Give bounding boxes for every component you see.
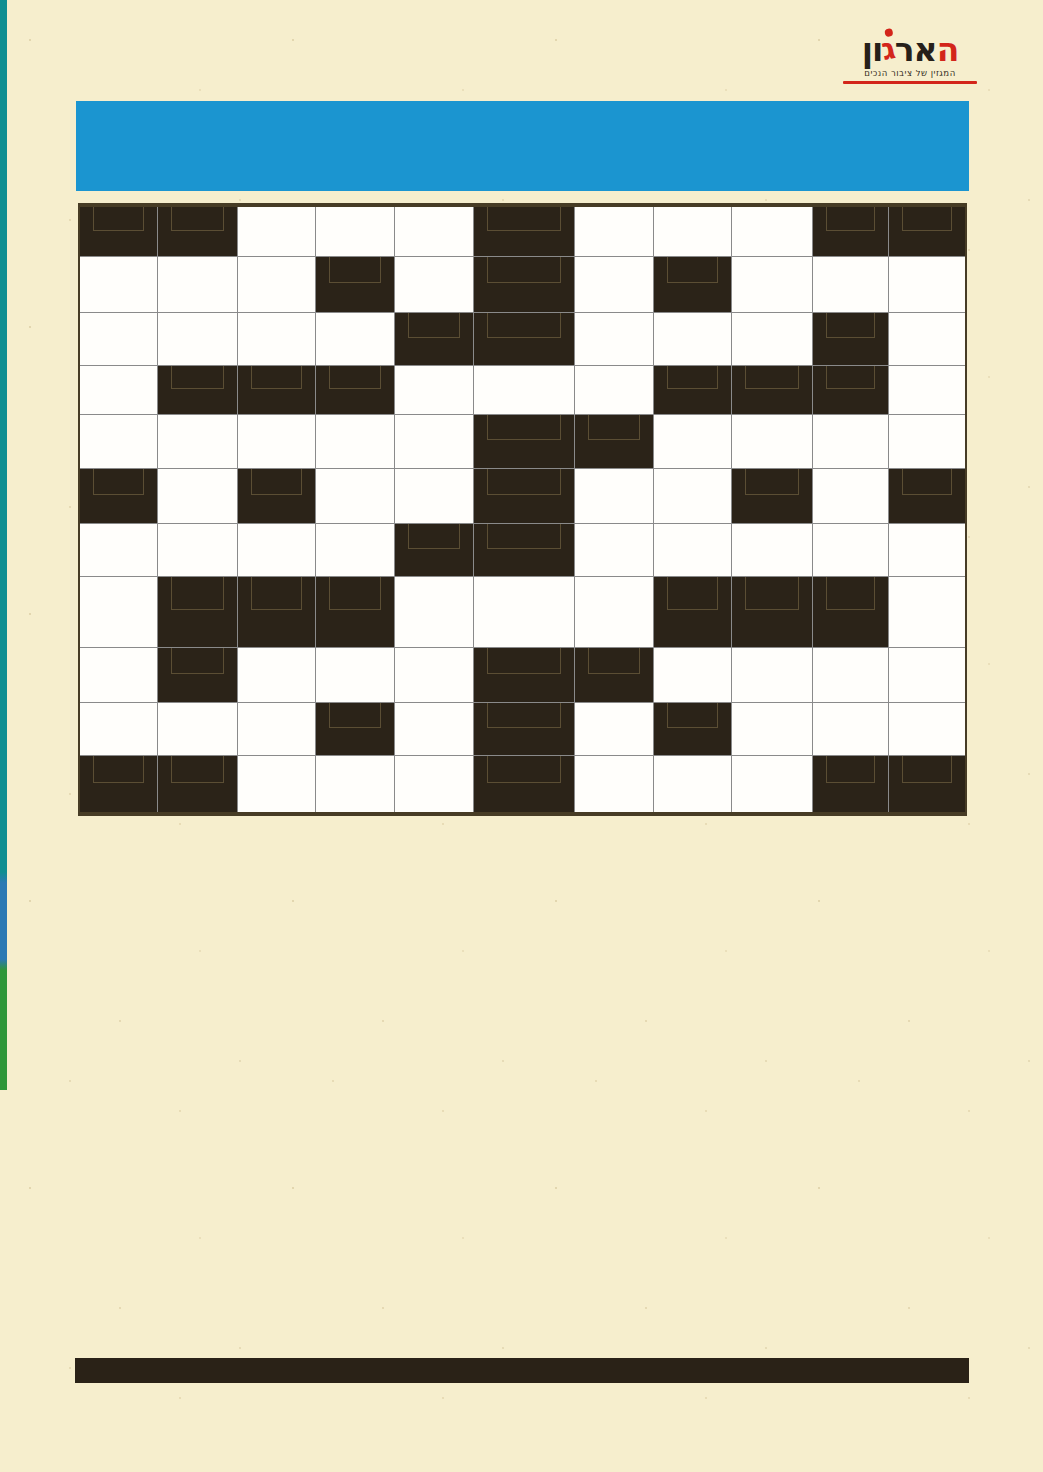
- cell-r2c11[interactable]: [889, 257, 965, 312]
- cell-r2c10[interactable]: [813, 257, 888, 312]
- logo-letters-ar: אר: [895, 33, 937, 66]
- crossword-grid: [80, 207, 965, 812]
- cell-r11c6: [474, 756, 574, 812]
- cell-r1c5[interactable]: [395, 207, 473, 256]
- cell-r3c2[interactable]: [158, 313, 237, 365]
- cell-r8c11[interactable]: [889, 577, 965, 647]
- black-cell-emboss: [487, 257, 561, 283]
- cell-r10c11[interactable]: [889, 703, 965, 755]
- cell-r6c7[interactable]: [575, 469, 653, 523]
- cell-r9c10[interactable]: [813, 648, 888, 702]
- cell-r7c1[interactable]: [80, 524, 157, 576]
- cell-r5c1[interactable]: [80, 415, 157, 468]
- cell-r6c6: [474, 469, 574, 523]
- cell-r5c7: [575, 415, 653, 468]
- black-cell-emboss: [667, 257, 718, 283]
- cell-r5c3[interactable]: [238, 415, 315, 468]
- cell-r11c5[interactable]: [395, 756, 473, 812]
- cell-r6c10[interactable]: [813, 469, 888, 523]
- magazine-page: הארגון המגזין של ציבור הנכים: [0, 0, 1043, 1472]
- black-cell-emboss: [826, 207, 875, 231]
- cell-r10c1[interactable]: [80, 703, 157, 755]
- black-cell-emboss: [408, 313, 460, 338]
- cell-r6c11: [889, 469, 965, 523]
- cell-r4c3: [238, 366, 315, 414]
- cell-r2c9[interactable]: [732, 257, 812, 312]
- cell-r7c3[interactable]: [238, 524, 315, 576]
- cell-r3c1[interactable]: [80, 313, 157, 365]
- black-cell-emboss: [171, 648, 224, 674]
- cell-r2c5[interactable]: [395, 257, 473, 312]
- crossword-frame: [78, 203, 967, 816]
- black-cell-emboss: [902, 207, 952, 231]
- cell-r1c4[interactable]: [316, 207, 394, 256]
- cell-r7c4[interactable]: [316, 524, 394, 576]
- page-edge-stripe: [0, 0, 7, 1090]
- black-cell-emboss: [171, 207, 224, 231]
- cell-r8c9: [732, 577, 812, 647]
- black-cell-emboss: [745, 469, 799, 495]
- cell-r11c8[interactable]: [654, 756, 731, 812]
- cell-r4c9: [732, 366, 812, 414]
- black-cell-emboss: [826, 577, 875, 610]
- cell-r4c2: [158, 366, 237, 414]
- cell-r9c4[interactable]: [316, 648, 394, 702]
- black-cell-emboss: [329, 257, 381, 283]
- black-cell-emboss: [826, 366, 875, 389]
- cell-r3c3[interactable]: [238, 313, 315, 365]
- cell-r10c7[interactable]: [575, 703, 653, 755]
- cell-r7c2[interactable]: [158, 524, 237, 576]
- cell-r7c9[interactable]: [732, 524, 812, 576]
- black-cell-emboss: [487, 703, 561, 728]
- cell-r6c9: [732, 469, 812, 523]
- cell-r1c6: [474, 207, 574, 256]
- black-cell-emboss: [487, 648, 561, 674]
- black-cell-emboss: [826, 313, 875, 338]
- cell-r11c4[interactable]: [316, 756, 394, 812]
- logo-wordmark: הארגון: [843, 33, 977, 66]
- black-cell-emboss: [902, 756, 952, 783]
- cell-r3c10: [813, 313, 888, 365]
- logo-letter-he: ה: [937, 33, 959, 66]
- cell-r10c6: [474, 703, 574, 755]
- cell-r10c3[interactable]: [238, 703, 315, 755]
- cell-r8c10: [813, 577, 888, 647]
- cell-r11c10: [813, 756, 888, 812]
- cell-r6c5[interactable]: [395, 469, 473, 523]
- black-cell-emboss: [329, 366, 381, 389]
- logo-underline: [843, 81, 977, 84]
- footer-rule: [75, 1358, 969, 1383]
- black-cell-emboss: [588, 415, 640, 440]
- cell-r1c2: [158, 207, 237, 256]
- cell-r5c6: [474, 415, 574, 468]
- cell-r9c5[interactable]: [395, 648, 473, 702]
- cell-r9c9[interactable]: [732, 648, 812, 702]
- cell-r8c2: [158, 577, 237, 647]
- cell-r7c7[interactable]: [575, 524, 653, 576]
- cell-r1c8[interactable]: [654, 207, 731, 256]
- cell-r1c9[interactable]: [732, 207, 812, 256]
- cell-r11c2: [158, 756, 237, 812]
- black-cell-emboss: [667, 366, 718, 389]
- cell-r5c10[interactable]: [813, 415, 888, 468]
- cell-r2c1[interactable]: [80, 257, 157, 312]
- cell-r9c8[interactable]: [654, 648, 731, 702]
- cell-r11c3[interactable]: [238, 756, 315, 812]
- black-cell-emboss: [93, 207, 144, 231]
- cell-r9c11[interactable]: [889, 648, 965, 702]
- cell-r4c7[interactable]: [575, 366, 653, 414]
- cell-r9c7: [575, 648, 653, 702]
- cell-r1c10: [813, 207, 888, 256]
- cell-r2c6: [474, 257, 574, 312]
- cell-r7c5: [395, 524, 473, 576]
- cell-r8c4: [316, 577, 394, 647]
- cell-r7c10[interactable]: [813, 524, 888, 576]
- black-cell-emboss: [487, 756, 561, 783]
- cell-r10c5[interactable]: [395, 703, 473, 755]
- black-cell-emboss: [667, 577, 718, 610]
- cell-r4c1[interactable]: [80, 366, 157, 414]
- cell-r2c3[interactable]: [238, 257, 315, 312]
- black-cell-emboss: [251, 577, 302, 610]
- cell-r10c10[interactable]: [813, 703, 888, 755]
- cell-r8c6[interactable]: [474, 577, 574, 647]
- cell-r7c8[interactable]: [654, 524, 731, 576]
- cell-r3c11[interactable]: [889, 313, 965, 365]
- cell-r6c2[interactable]: [158, 469, 237, 523]
- cell-r2c8: [654, 257, 731, 312]
- black-cell-emboss: [487, 207, 561, 231]
- cell-r3c4[interactable]: [316, 313, 394, 365]
- black-cell-emboss: [902, 469, 952, 495]
- cell-r1c11: [889, 207, 965, 256]
- cell-r10c8: [654, 703, 731, 755]
- cell-r11c11: [889, 756, 965, 812]
- cell-r8c1[interactable]: [80, 577, 157, 647]
- cell-r6c4[interactable]: [316, 469, 394, 523]
- cell-r9c6: [474, 648, 574, 702]
- title-banner: [76, 101, 969, 191]
- cell-r11c9[interactable]: [732, 756, 812, 812]
- black-cell-emboss: [171, 366, 224, 389]
- cell-r5c11[interactable]: [889, 415, 965, 468]
- cell-r3c5: [395, 313, 473, 365]
- cell-r11c1: [80, 756, 157, 812]
- black-cell-emboss: [171, 577, 224, 610]
- cell-r10c9[interactable]: [732, 703, 812, 755]
- cell-r6c3: [238, 469, 315, 523]
- black-cell-emboss: [588, 648, 640, 674]
- cell-r4c5[interactable]: [395, 366, 473, 414]
- cell-r11c7[interactable]: [575, 756, 653, 812]
- cell-r4c8: [654, 366, 731, 414]
- cell-r5c9[interactable]: [732, 415, 812, 468]
- black-cell-emboss: [251, 469, 302, 495]
- black-cell-emboss: [745, 577, 799, 610]
- black-cell-emboss: [408, 524, 460, 549]
- black-cell-emboss: [171, 756, 224, 783]
- black-cell-emboss: [745, 366, 799, 389]
- black-cell-emboss: [487, 415, 561, 440]
- black-cell-emboss: [251, 366, 302, 389]
- black-cell-emboss: [329, 703, 381, 728]
- cell-r8c5[interactable]: [395, 577, 473, 647]
- black-cell-emboss: [667, 703, 718, 728]
- black-cell-emboss: [487, 313, 561, 338]
- cell-r10c2[interactable]: [158, 703, 237, 755]
- cell-r9c1[interactable]: [80, 648, 157, 702]
- cell-r8c7[interactable]: [575, 577, 653, 647]
- cell-r3c7[interactable]: [575, 313, 653, 365]
- cell-r1c1: [80, 207, 157, 256]
- black-cell-emboss: [93, 756, 144, 783]
- cell-r3c8[interactable]: [654, 313, 731, 365]
- cell-r10c4: [316, 703, 394, 755]
- magazine-logo: הארגון המגזין של ציבור הנכים: [843, 33, 977, 84]
- cell-r2c4: [316, 257, 394, 312]
- black-cell-emboss: [487, 469, 561, 495]
- cell-r8c3: [238, 577, 315, 647]
- cell-r4c11[interactable]: [889, 366, 965, 414]
- cell-r1c3[interactable]: [238, 207, 315, 256]
- cell-r5c8[interactable]: [654, 415, 731, 468]
- cell-r5c5[interactable]: [395, 415, 473, 468]
- cell-r1c7[interactable]: [575, 207, 653, 256]
- cell-r4c10: [813, 366, 888, 414]
- cell-r9c3[interactable]: [238, 648, 315, 702]
- cell-r4c4: [316, 366, 394, 414]
- cell-r7c11[interactable]: [889, 524, 965, 576]
- cell-r3c9[interactable]: [732, 313, 812, 365]
- cell-r8c8: [654, 577, 731, 647]
- cell-r5c4[interactable]: [316, 415, 394, 468]
- cell-r7c6: [474, 524, 574, 576]
- cell-r6c8[interactable]: [654, 469, 731, 523]
- cell-r9c2: [158, 648, 237, 702]
- cell-r6c1: [80, 469, 157, 523]
- black-cell-emboss: [93, 469, 144, 495]
- cell-r4c6[interactable]: [474, 366, 574, 414]
- cell-r3c6: [474, 313, 574, 365]
- cell-r5c2[interactable]: [158, 415, 237, 468]
- logo-tagline: המגזין של ציבור הנכים: [843, 68, 977, 78]
- cell-r2c7[interactable]: [575, 257, 653, 312]
- black-cell-emboss: [826, 756, 875, 783]
- cell-r2c2[interactable]: [158, 257, 237, 312]
- black-cell-emboss: [329, 577, 381, 610]
- black-cell-emboss: [487, 524, 561, 549]
